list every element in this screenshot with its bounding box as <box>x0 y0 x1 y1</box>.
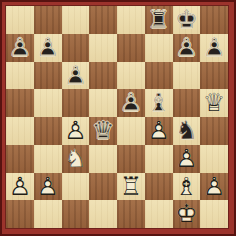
black-pawn-e5[interactable]: ♟♙ <box>117 89 145 117</box>
black-rook-f8[interactable]: ♜♖ <box>145 6 173 34</box>
square-b7[interactable]: ♟♙ <box>34 34 62 62</box>
square-a2[interactable]: ♟♙ <box>6 173 34 201</box>
square-d8[interactable] <box>89 6 117 34</box>
pawn-outline-glyph: ♙ <box>62 117 90 145</box>
square-c5[interactable] <box>62 89 90 117</box>
white-pawn-c4[interactable]: ♟♙ <box>62 117 90 145</box>
square-a8[interactable] <box>6 6 34 34</box>
square-c7[interactable] <box>62 34 90 62</box>
black-pawn-h7[interactable]: ♟♙ <box>200 34 228 62</box>
pawn-outline-glyph: ♙ <box>200 173 228 201</box>
square-a4[interactable] <box>6 117 34 145</box>
square-e8[interactable] <box>117 6 145 34</box>
black-pawn-b7[interactable]: ♟♙ <box>34 34 62 62</box>
bishop-outline-glyph: ♗ <box>173 173 201 201</box>
square-b8[interactable] <box>34 6 62 34</box>
pawn-outline-glyph: ♙ <box>6 34 34 62</box>
square-g8[interactable]: ♚♔ <box>173 6 201 34</box>
white-rook-e2[interactable]: ♜♖ <box>117 173 145 201</box>
chess-board: ♜♖♚♔♟♙♟♙♟♙♟♙♟♙♟♙♝♗♛♕♟♙♛♕♟♙♞♘♞♘♟♙♟♙♟♙♜♖♝♗… <box>6 6 228 228</box>
pawn-outline-glyph: ♙ <box>6 173 34 201</box>
pawn-outline-glyph: ♙ <box>173 34 201 62</box>
square-e6[interactable] <box>117 62 145 90</box>
black-bishop-f5[interactable]: ♝♗ <box>145 89 173 117</box>
black-knight-g4[interactable]: ♞♘ <box>173 117 201 145</box>
square-h1[interactable] <box>200 200 228 228</box>
queen-outline-glyph: ♕ <box>200 89 228 117</box>
square-a7[interactable]: ♟♙ <box>6 34 34 62</box>
square-e2[interactable]: ♜♖ <box>117 173 145 201</box>
square-g3[interactable]: ♟♙ <box>173 145 201 173</box>
square-c8[interactable] <box>62 6 90 34</box>
white-pawn-f4[interactable]: ♟♙ <box>145 117 173 145</box>
square-e3[interactable] <box>117 145 145 173</box>
square-a6[interactable] <box>6 62 34 90</box>
bishop-outline-glyph: ♗ <box>145 89 173 117</box>
square-d6[interactable] <box>89 62 117 90</box>
square-e4[interactable] <box>117 117 145 145</box>
square-g7[interactable]: ♟♙ <box>173 34 201 62</box>
white-pawn-h2[interactable]: ♟♙ <box>200 173 228 201</box>
pawn-outline-glyph: ♙ <box>145 117 173 145</box>
square-f5[interactable]: ♝♗ <box>145 89 173 117</box>
square-d3[interactable] <box>89 145 117 173</box>
square-f1[interactable] <box>145 200 173 228</box>
square-d1[interactable] <box>89 200 117 228</box>
white-bishop-g2[interactable]: ♝♗ <box>173 173 201 201</box>
white-pawn-g3[interactable]: ♟♙ <box>173 145 201 173</box>
square-h7[interactable]: ♟♙ <box>200 34 228 62</box>
knight-outline-glyph: ♘ <box>173 117 201 145</box>
square-f6[interactable] <box>145 62 173 90</box>
square-c1[interactable] <box>62 200 90 228</box>
square-a1[interactable] <box>6 200 34 228</box>
pawn-outline-glyph: ♙ <box>34 34 62 62</box>
white-king-g1[interactable]: ♚♔ <box>173 200 201 228</box>
white-pawn-a2[interactable]: ♟♙ <box>6 173 34 201</box>
square-e5[interactable]: ♟♙ <box>117 89 145 117</box>
pawn-outline-glyph: ♙ <box>173 145 201 173</box>
square-e1[interactable] <box>117 200 145 228</box>
square-a5[interactable] <box>6 89 34 117</box>
square-b6[interactable] <box>34 62 62 90</box>
square-f4[interactable]: ♟♙ <box>145 117 173 145</box>
square-d5[interactable] <box>89 89 117 117</box>
black-pawn-a7[interactable]: ♟♙ <box>6 34 34 62</box>
square-g5[interactable] <box>173 89 201 117</box>
square-c4[interactable]: ♟♙ <box>62 117 90 145</box>
knight-outline-glyph: ♘ <box>62 145 90 173</box>
black-queen-d4[interactable]: ♛♕ <box>89 117 117 145</box>
square-c3[interactable]: ♞♘ <box>62 145 90 173</box>
square-b5[interactable] <box>34 89 62 117</box>
square-h2[interactable]: ♟♙ <box>200 173 228 201</box>
rook-outline-glyph: ♖ <box>145 6 173 34</box>
square-d2[interactable] <box>89 173 117 201</box>
black-king-g8[interactable]: ♚♔ <box>173 6 201 34</box>
square-h6[interactable] <box>200 62 228 90</box>
square-f8[interactable]: ♜♖ <box>145 6 173 34</box>
square-d7[interactable] <box>89 34 117 62</box>
queen-outline-glyph: ♕ <box>89 117 117 145</box>
square-g2[interactable]: ♝♗ <box>173 173 201 201</box>
white-pawn-b2[interactable]: ♟♙ <box>34 173 62 201</box>
square-f2[interactable] <box>145 173 173 201</box>
square-b3[interactable] <box>34 145 62 173</box>
white-queen-h5[interactable]: ♛♕ <box>200 89 228 117</box>
square-b1[interactable] <box>34 200 62 228</box>
square-g6[interactable] <box>173 62 201 90</box>
square-c6[interactable]: ♟♙ <box>62 62 90 90</box>
rook-outline-glyph: ♖ <box>117 173 145 201</box>
black-pawn-c6[interactable]: ♟♙ <box>62 62 90 90</box>
square-f3[interactable] <box>145 145 173 173</box>
square-e7[interactable] <box>117 34 145 62</box>
square-g4[interactable]: ♞♘ <box>173 117 201 145</box>
white-knight-c3[interactable]: ♞♘ <box>62 145 90 173</box>
square-h3[interactable] <box>200 145 228 173</box>
black-pawn-g7[interactable]: ♟♙ <box>173 34 201 62</box>
pawn-outline-glyph: ♙ <box>62 62 90 90</box>
king-outline-glyph: ♔ <box>173 6 201 34</box>
square-b2[interactable]: ♟♙ <box>34 173 62 201</box>
square-f7[interactable] <box>145 34 173 62</box>
pawn-outline-glyph: ♙ <box>117 89 145 117</box>
square-d4[interactable]: ♛♕ <box>89 117 117 145</box>
square-b4[interactable] <box>34 117 62 145</box>
square-c2[interactable] <box>62 173 90 201</box>
square-h5[interactable]: ♛♕ <box>200 89 228 117</box>
square-g1[interactable]: ♚♔ <box>173 200 201 228</box>
square-a3[interactable] <box>6 145 34 173</box>
square-h8[interactable] <box>200 6 228 34</box>
pawn-outline-glyph: ♙ <box>200 34 228 62</box>
king-outline-glyph: ♔ <box>173 200 201 228</box>
square-h4[interactable] <box>200 117 228 145</box>
pawn-outline-glyph: ♙ <box>34 173 62 201</box>
board-frame: ♜♖♚♔♟♙♟♙♟♙♟♙♟♙♟♙♝♗♛♕♟♙♛♕♟♙♞♘♞♘♟♙♟♙♟♙♜♖♝♗… <box>0 0 236 236</box>
